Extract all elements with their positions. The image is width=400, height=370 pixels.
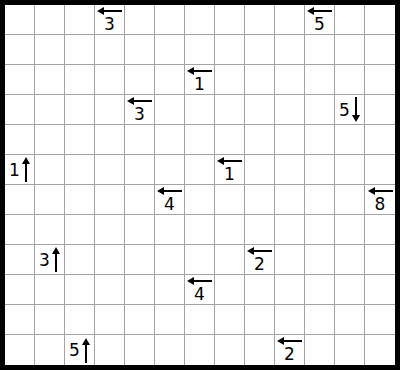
- cell[interactable]: [95, 215, 125, 245]
- cell[interactable]: [5, 5, 35, 35]
- cell[interactable]: [365, 305, 395, 335]
- cell[interactable]: [275, 35, 305, 65]
- cell[interactable]: [155, 95, 185, 125]
- cell[interactable]: [365, 215, 395, 245]
- clue-number: 1: [194, 75, 205, 93]
- arrow-left-icon: [277, 337, 302, 345]
- cell[interactable]: [335, 245, 365, 275]
- clue: 3: [35, 245, 64, 274]
- cell[interactable]: [35, 125, 65, 155]
- clue: 4: [155, 185, 184, 214]
- cell[interactable]: [215, 125, 245, 155]
- cell[interactable]: [305, 65, 335, 95]
- clue: 5: [335, 95, 364, 124]
- cell[interactable]: [275, 125, 305, 155]
- clue: 4: [185, 275, 214, 304]
- clue: 2: [275, 335, 304, 365]
- cell[interactable]: [95, 335, 125, 365]
- cell[interactable]: [5, 305, 35, 335]
- cell[interactable]: [335, 185, 365, 215]
- cell[interactable]: [365, 125, 395, 155]
- cell[interactable]: [365, 95, 395, 125]
- clue: 1: [185, 65, 214, 94]
- cell[interactable]: [365, 335, 395, 365]
- clue: 3: [125, 95, 154, 124]
- cell[interactable]: [155, 5, 185, 35]
- cell[interactable]: [185, 185, 215, 215]
- cell[interactable]: [35, 65, 65, 95]
- cell[interactable]: [335, 305, 365, 335]
- cell[interactable]: [95, 245, 125, 275]
- cell[interactable]: [215, 245, 245, 275]
- cell[interactable]: [155, 245, 185, 275]
- cell[interactable]: [125, 245, 155, 275]
- clue-number: 3: [104, 15, 115, 33]
- cell[interactable]: [245, 275, 275, 305]
- cell[interactable]: [35, 215, 65, 245]
- clue-cell: 2: [275, 335, 305, 365]
- cell[interactable]: [365, 65, 395, 95]
- cell[interactable]: [305, 185, 335, 215]
- clue-cell: 1: [185, 65, 215, 95]
- clue-number: 5: [314, 15, 325, 33]
- cell[interactable]: [365, 35, 395, 65]
- cell[interactable]: [365, 155, 395, 185]
- cell[interactable]: [5, 245, 35, 275]
- arrow-left-icon: [187, 67, 212, 75]
- cell[interactable]: [335, 275, 365, 305]
- cell[interactable]: [65, 5, 95, 35]
- cell[interactable]: [185, 125, 215, 155]
- cell[interactable]: [245, 185, 275, 215]
- cell[interactable]: [185, 305, 215, 335]
- cell[interactable]: [245, 35, 275, 65]
- clue-cell: 3: [35, 245, 65, 275]
- arrow-left-icon: [247, 247, 272, 255]
- cell[interactable]: [5, 215, 35, 245]
- clue-cell: 4: [155, 185, 185, 215]
- arrow-left-icon: [368, 187, 393, 195]
- clue-number: 1: [224, 165, 235, 183]
- cell[interactable]: [155, 35, 185, 65]
- clue: 2: [245, 245, 274, 274]
- clue-cell: 1: [5, 155, 35, 185]
- clue-number: 5: [339, 101, 350, 119]
- cell[interactable]: [245, 125, 275, 155]
- cell[interactable]: [215, 65, 245, 95]
- cell[interactable]: [335, 35, 365, 65]
- cell[interactable]: [275, 65, 305, 95]
- clue-cell: 5: [305, 5, 335, 35]
- clue-number: 4: [164, 195, 175, 213]
- arrow-down-icon: [352, 97, 360, 122]
- cell[interactable]: [215, 35, 245, 65]
- cell[interactable]: [95, 65, 125, 95]
- cell[interactable]: [5, 95, 35, 125]
- cell[interactable]: [335, 125, 365, 155]
- cell[interactable]: [65, 95, 95, 125]
- cell[interactable]: [275, 155, 305, 185]
- cell[interactable]: [365, 245, 395, 275]
- cell[interactable]: [65, 155, 95, 185]
- cell[interactable]: [65, 305, 95, 335]
- cell[interactable]: [35, 35, 65, 65]
- cell[interactable]: [245, 305, 275, 335]
- clue-number: 8: [375, 195, 386, 213]
- cell[interactable]: [185, 95, 215, 125]
- clue-number: 2: [254, 255, 265, 273]
- cell[interactable]: [65, 215, 95, 245]
- cell[interactable]: [95, 305, 125, 335]
- cell[interactable]: [185, 35, 215, 65]
- cell[interactable]: [155, 215, 185, 245]
- clue-cell: 5: [65, 335, 95, 365]
- clue-cell: 8: [365, 185, 395, 215]
- cell[interactable]: [5, 35, 35, 65]
- cell[interactable]: [95, 185, 125, 215]
- clue: 1: [215, 155, 244, 184]
- cell[interactable]: [335, 65, 365, 95]
- cell[interactable]: [125, 185, 155, 215]
- cell[interactable]: [35, 5, 65, 35]
- cell[interactable]: [305, 335, 335, 365]
- arrow-left-icon: [217, 157, 242, 165]
- cell[interactable]: [215, 185, 245, 215]
- cell[interactable]: [65, 185, 95, 215]
- cell[interactable]: [305, 95, 335, 125]
- clue: 8: [365, 185, 395, 214]
- cell[interactable]: [5, 65, 35, 95]
- cell[interactable]: [125, 65, 155, 95]
- cell[interactable]: [305, 245, 335, 275]
- cell[interactable]: [125, 215, 155, 245]
- cell[interactable]: [155, 305, 185, 335]
- clue: 3: [95, 5, 124, 34]
- arrow-up-icon: [82, 338, 90, 363]
- cell[interactable]: [5, 185, 35, 215]
- cell[interactable]: [335, 215, 365, 245]
- cell[interactable]: [35, 275, 65, 305]
- cell[interactable]: [125, 275, 155, 305]
- puzzle-board: 35135114832452: [5, 5, 395, 365]
- cell[interactable]: [215, 275, 245, 305]
- cell[interactable]: [35, 155, 65, 185]
- cell[interactable]: [275, 245, 305, 275]
- arrow-left-icon: [157, 187, 182, 195]
- clue-cell: 1: [215, 155, 245, 185]
- cell[interactable]: [125, 155, 155, 185]
- cell[interactable]: [215, 95, 245, 125]
- clue-number: 5: [69, 341, 80, 359]
- cell[interactable]: [245, 335, 275, 365]
- cell[interactable]: [65, 275, 95, 305]
- clue: 1: [5, 155, 34, 184]
- arrow-up-icon: [52, 247, 60, 272]
- clue-cell: 3: [95, 5, 125, 35]
- clue-cell: 4: [185, 275, 215, 305]
- cell[interactable]: [125, 335, 155, 365]
- arrow-left-icon: [187, 277, 212, 285]
- cell[interactable]: [305, 215, 335, 245]
- clue: 5: [305, 5, 334, 34]
- arrow-left-icon: [127, 97, 152, 105]
- cell[interactable]: [35, 305, 65, 335]
- arrow-up-icon: [22, 157, 30, 182]
- cell[interactable]: [305, 125, 335, 155]
- cell[interactable]: [65, 65, 95, 95]
- cell[interactable]: [185, 335, 215, 365]
- cell[interactable]: [155, 125, 185, 155]
- clue-number: 2: [284, 345, 295, 363]
- cell[interactable]: [185, 5, 215, 35]
- cell[interactable]: [125, 125, 155, 155]
- cell[interactable]: [275, 5, 305, 35]
- cell[interactable]: [125, 35, 155, 65]
- cell[interactable]: [305, 35, 335, 65]
- cell[interactable]: [65, 125, 95, 155]
- cell[interactable]: [35, 335, 65, 365]
- cell[interactable]: [245, 95, 275, 125]
- clue-cell: 5: [335, 95, 365, 125]
- cell[interactable]: [95, 125, 125, 155]
- cell[interactable]: [155, 155, 185, 185]
- cell[interactable]: [95, 95, 125, 125]
- cell[interactable]: [65, 35, 95, 65]
- cell[interactable]: [365, 5, 395, 35]
- cell[interactable]: [275, 185, 305, 215]
- cell[interactable]: [275, 275, 305, 305]
- cell[interactable]: [215, 215, 245, 245]
- cell[interactable]: [215, 335, 245, 365]
- cell[interactable]: [95, 35, 125, 65]
- cell[interactable]: [35, 95, 65, 125]
- cell[interactable]: [5, 275, 35, 305]
- cell[interactable]: [335, 155, 365, 185]
- cell[interactable]: [245, 65, 275, 95]
- cell[interactable]: [5, 335, 35, 365]
- cell[interactable]: [275, 215, 305, 245]
- cell[interactable]: [185, 215, 215, 245]
- cell[interactable]: [275, 305, 305, 335]
- arrow-left-icon: [307, 7, 332, 15]
- cell[interactable]: [65, 245, 95, 275]
- clue-number: 3: [39, 251, 50, 269]
- puzzle-frame: 35135114832452: [0, 0, 400, 370]
- clue-cell: 3: [125, 95, 155, 125]
- cell[interactable]: [335, 335, 365, 365]
- cell[interactable]: [245, 155, 275, 185]
- cell[interactable]: [245, 215, 275, 245]
- cell[interactable]: [185, 155, 215, 185]
- cell[interactable]: [305, 305, 335, 335]
- clue-cell: 2: [245, 245, 275, 275]
- cell[interactable]: [335, 5, 365, 35]
- cell[interactable]: [305, 155, 335, 185]
- cell[interactable]: [95, 275, 125, 305]
- cell[interactable]: [125, 5, 155, 35]
- cell[interactable]: [365, 275, 395, 305]
- cell[interactable]: [185, 245, 215, 275]
- arrow-left-icon: [97, 7, 122, 15]
- cell[interactable]: [155, 65, 185, 95]
- cell[interactable]: [275, 95, 305, 125]
- clue-number: 1: [9, 161, 20, 179]
- cell[interactable]: [215, 5, 245, 35]
- cell[interactable]: [155, 335, 185, 365]
- cell[interactable]: [5, 125, 35, 155]
- cell[interactable]: [155, 275, 185, 305]
- cell[interactable]: [215, 305, 245, 335]
- cell[interactable]: [95, 155, 125, 185]
- cell[interactable]: [305, 275, 335, 305]
- cell[interactable]: [35, 185, 65, 215]
- clue-number: 3: [134, 105, 145, 123]
- cell[interactable]: [245, 5, 275, 35]
- cell[interactable]: [125, 305, 155, 335]
- clue-number: 4: [194, 285, 205, 303]
- clue: 5: [65, 335, 94, 365]
